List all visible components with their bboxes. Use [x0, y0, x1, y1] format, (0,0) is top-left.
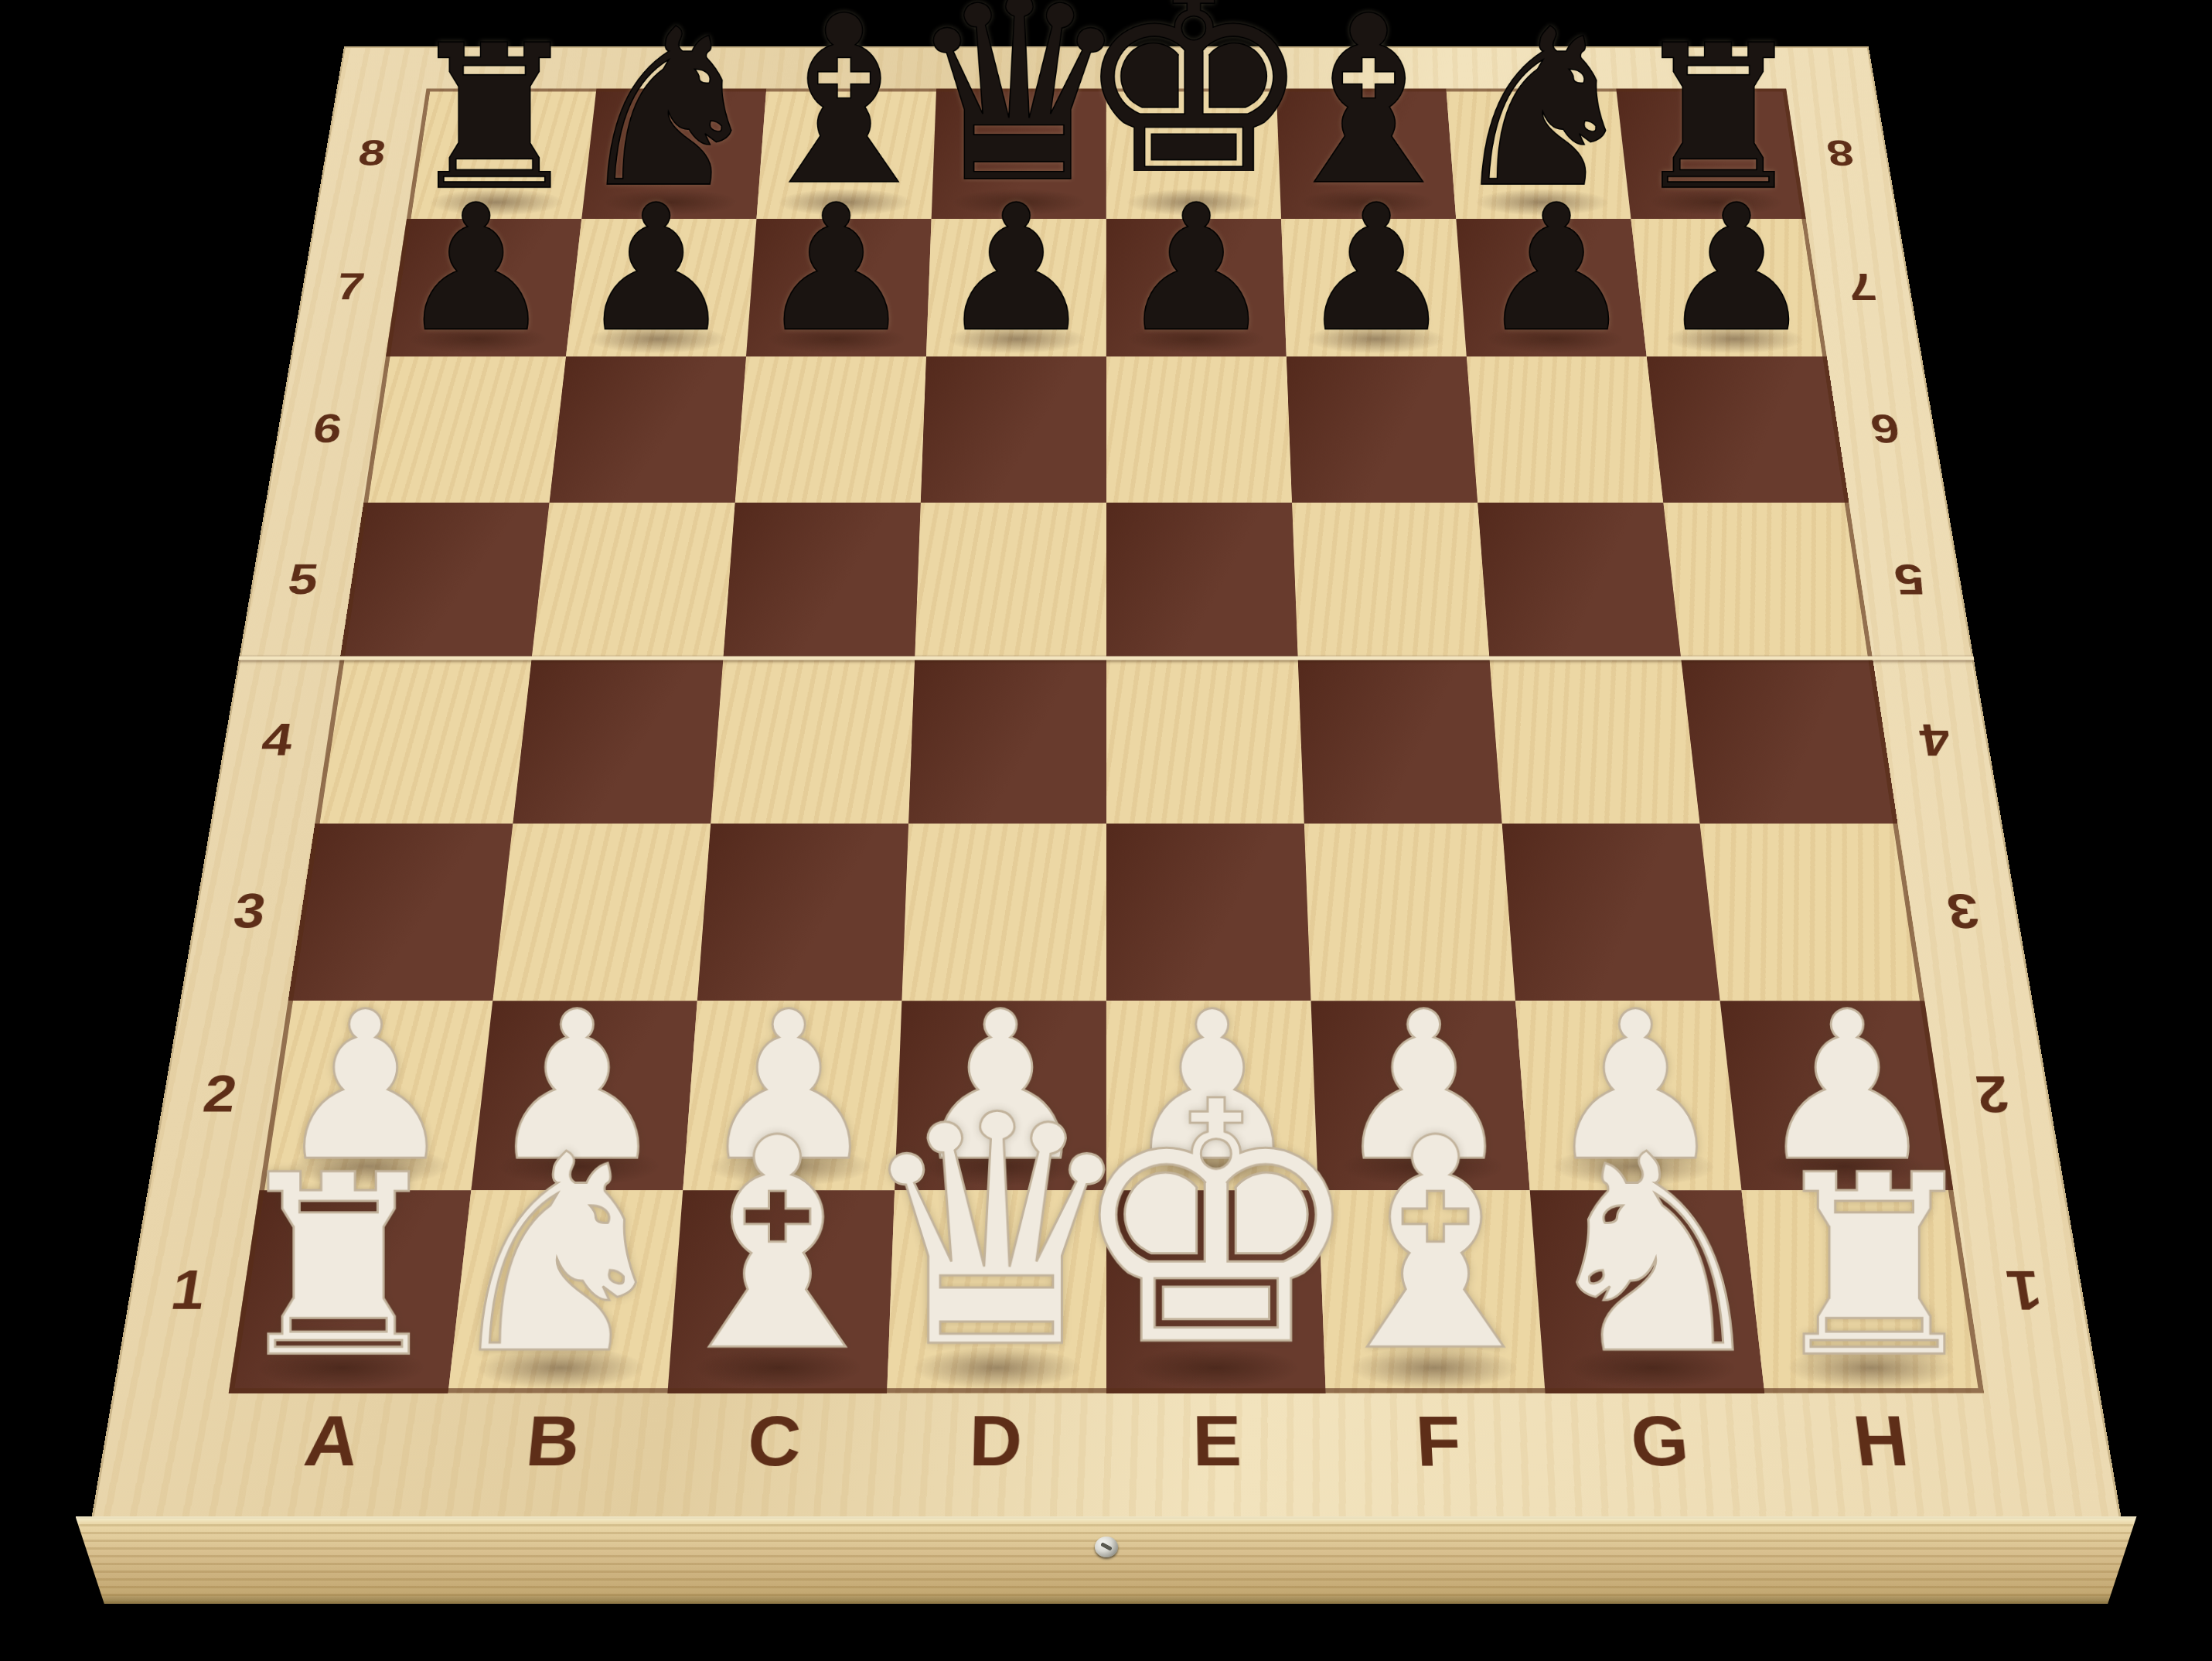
- square-a5[interactable]: [339, 503, 549, 658]
- square-e8[interactable]: ♚: [1106, 89, 1281, 219]
- square-d5[interactable]: [915, 503, 1106, 658]
- piece-shadow: [1127, 325, 1264, 353]
- board-tilt: 8877665544332211ABCDEFGH♜♞♝♛♚♝♞♜♟♟♟♟♟♟♟♟…: [94, 48, 2119, 1519]
- board-hinge-seam: [238, 657, 1974, 660]
- piece-white-pawn-a2[interactable]: ♟: [274, 984, 457, 1189]
- square-h5[interactable]: [1663, 503, 1873, 658]
- square-d8[interactable]: ♛: [931, 89, 1106, 219]
- square-e4[interactable]: [1106, 658, 1304, 824]
- square-b8[interactable]: ♞: [581, 89, 766, 219]
- piece-white-pawn-c2[interactable]: ♟: [697, 984, 880, 1189]
- square-e6[interactable]: [1106, 356, 1292, 503]
- piece-black-pawn-c7[interactable]: ♟: [758, 182, 914, 356]
- square-c8[interactable]: ♝: [756, 89, 936, 219]
- square-h3[interactable]: [1699, 824, 1924, 1001]
- square-g3[interactable]: [1501, 824, 1719, 1001]
- piece-black-pawn-h7[interactable]: ♟: [1658, 182, 1815, 356]
- rank-label-left-3: 3: [182, 824, 315, 1001]
- file-label-F: F: [1325, 1393, 1554, 1519]
- photo-background: 8877665544332211ABCDEFGH♜♞♝♛♚♝♞♜♟♟♟♟♟♟♟♟…: [0, 0, 2212, 1661]
- file-label-D: D: [882, 1393, 1106, 1519]
- piece-shadow: [428, 189, 564, 216]
- piece-black-rook-a8[interactable]: ♜: [405, 19, 584, 217]
- rank-label-right-3: 3: [1897, 824, 2030, 1001]
- piece-shadow: [1131, 1147, 1292, 1185]
- piece-white-bishop-f1[interactable]: ♝: [1304, 1100, 1566, 1392]
- square-e3[interactable]: [1106, 824, 1311, 1001]
- square-b5[interactable]: [531, 503, 734, 658]
- square-b2[interactable]: ♟: [471, 1001, 697, 1190]
- piece-black-pawn-e7[interactable]: ♟: [1118, 182, 1274, 356]
- square-a4[interactable]: [315, 658, 531, 824]
- piece-shadow: [1485, 325, 1624, 353]
- square-f6[interactable]: [1286, 356, 1477, 503]
- file-label-H: H: [1764, 1393, 2003, 1519]
- piece-shadow: [1568, 1347, 1738, 1389]
- piece-shadow: [407, 325, 547, 353]
- piece-white-knight-b1[interactable]: ♞: [435, 1120, 680, 1392]
- piece-white-queen-d1[interactable]: ♛: [854, 1074, 1138, 1392]
- piece-shadow: [1341, 1147, 1504, 1185]
- piece-shadow: [953, 189, 1086, 216]
- piece-shadow: [1307, 325, 1445, 353]
- piece-shadow: [694, 1347, 862, 1389]
- rank-label-left-5: 5: [240, 503, 363, 658]
- piece-black-rook-h8[interactable]: ♜: [1629, 19, 1808, 217]
- square-a8[interactable]: ♜: [407, 89, 596, 219]
- square-e1[interactable]: ♚: [1106, 1190, 1326, 1393]
- file-label-E: E: [1106, 1393, 1331, 1519]
- rank-label-right-6: 6: [1826, 356, 1944, 503]
- square-f2[interactable]: ♟: [1310, 1001, 1529, 1190]
- square-h6[interactable]: [1646, 356, 1849, 503]
- board-frame: 8877665544332211ABCDEFGH♜♞♝♛♚♝♞♜♟♟♟♟♟♟♟♟…: [94, 48, 2119, 1519]
- square-f1[interactable]: ♝: [1317, 1190, 1545, 1393]
- square-c6[interactable]: [734, 356, 925, 503]
- rank-label-left-8: 8: [316, 89, 426, 219]
- piece-black-pawn-b7[interactable]: ♟: [578, 182, 734, 356]
- square-c3[interactable]: [697, 824, 908, 1001]
- file-label-C: C: [658, 1393, 887, 1519]
- piece-white-pawn-d2[interactable]: ♟: [908, 984, 1092, 1189]
- piece-shadow: [602, 189, 738, 216]
- square-b3[interactable]: [493, 824, 711, 1001]
- square-h7[interactable]: ♟: [1631, 219, 1826, 356]
- piece-shadow: [1132, 1347, 1299, 1389]
- piece-shadow: [255, 1347, 427, 1389]
- square-c7[interactable]: ♟: [746, 219, 932, 356]
- piece-shadow: [1665, 325, 1805, 353]
- square-c2[interactable]: ♟: [683, 1001, 902, 1190]
- square-f3[interactable]: [1304, 824, 1515, 1001]
- square-g5[interactable]: [1478, 503, 1681, 658]
- square-e5[interactable]: [1106, 503, 1298, 658]
- piece-shadow: [475, 1347, 645, 1389]
- square-g7[interactable]: ♟: [1456, 219, 1646, 356]
- square-h2[interactable]: ♟: [1719, 1001, 1953, 1190]
- piece-shadow: [588, 325, 727, 353]
- piece-white-rook-a1[interactable]: ♜: [227, 1142, 450, 1392]
- square-d1[interactable]: ♛: [887, 1190, 1106, 1393]
- piece-shadow: [1785, 1347, 1957, 1389]
- square-f5[interactable]: [1292, 503, 1489, 658]
- rank-label-right-7: 7: [1805, 219, 1920, 356]
- square-b6[interactable]: [549, 356, 745, 503]
- square-d7[interactable]: ♟: [926, 219, 1106, 356]
- piece-shadow: [1350, 1347, 1518, 1389]
- rank-label-right-8: 8: [1786, 89, 1896, 219]
- hinge-screw-icon: [1095, 1537, 1118, 1557]
- piece-black-queen-d8[interactable]: ♛: [905, 0, 1133, 218]
- square-a7[interactable]: ♟: [386, 219, 581, 356]
- rank-label-left-2: 2: [149, 1001, 288, 1190]
- piece-black-pawn-a7[interactable]: ♟: [398, 182, 554, 356]
- square-d2[interactable]: ♟: [895, 1001, 1106, 1190]
- rank-label-left-4: 4: [213, 658, 340, 824]
- square-b7[interactable]: ♟: [566, 219, 756, 356]
- piece-white-knight-g1[interactable]: ♞: [1532, 1120, 1777, 1392]
- piece-black-pawn-d7[interactable]: ♟: [938, 182, 1094, 356]
- piece-shadow: [948, 325, 1085, 353]
- piece-white-pawn-g2[interactable]: ♟: [1543, 984, 1726, 1189]
- piece-shadow: [768, 325, 906, 353]
- piece-black-bishop-c8[interactable]: ♝: [740, 0, 948, 218]
- piece-shadow: [1126, 189, 1259, 216]
- piece-shadow: [920, 1147, 1081, 1185]
- piece-white-rook-h1[interactable]: ♜: [1762, 1142, 1985, 1392]
- piece-black-bishop-f8[interactable]: ♝: [1264, 0, 1472, 218]
- square-d4[interactable]: [908, 658, 1106, 824]
- square-g8[interactable]: ♞: [1446, 89, 1631, 219]
- square-b1[interactable]: ♞: [448, 1190, 683, 1393]
- file-label-A: A: [210, 1393, 448, 1519]
- board-anchor: 8877665544332211ABCDEFGH♜♞♝♛♚♝♞♜♟♟♟♟♟♟♟♟…: [94, 0, 2119, 1519]
- piece-white-bishop-c1[interactable]: ♝: [646, 1100, 908, 1392]
- piece-white-pawn-b2[interactable]: ♟: [486, 984, 669, 1189]
- board-front-edge: [76, 1516, 2137, 1604]
- square-a1[interactable]: ♜: [228, 1190, 471, 1393]
- rank-label-left-1: 1: [114, 1190, 259, 1393]
- piece-shadow: [1552, 1147, 1716, 1185]
- rank-label-right-4: 4: [1873, 658, 2000, 824]
- scene: 8877665544332211ABCDEFGH♜♞♝♛♚♝♞♜♟♟♟♟♟♟♟♟…: [0, 0, 2212, 1661]
- square-f7[interactable]: ♟: [1281, 219, 1467, 356]
- piece-shadow: [285, 1147, 450, 1185]
- piece-black-pawn-f7[interactable]: ♟: [1298, 182, 1454, 356]
- piece-black-knight-b8[interactable]: ♞: [571, 1, 766, 218]
- piece-white-pawn-h2[interactable]: ♟: [1755, 984, 1938, 1189]
- piece-black-pawn-g7[interactable]: ♟: [1478, 182, 1634, 356]
- square-h8[interactable]: ♜: [1616, 89, 1805, 219]
- square-f8[interactable]: ♝: [1276, 89, 1456, 219]
- file-label-G: G: [1545, 1393, 1778, 1519]
- square-a6[interactable]: [363, 356, 566, 503]
- square-a2[interactable]: ♟: [259, 1001, 493, 1190]
- square-c5[interactable]: [723, 503, 920, 658]
- piece-shadow: [1648, 189, 1784, 216]
- playing-area-border: [228, 89, 1984, 1393]
- piece-white-pawn-f2[interactable]: ♟: [1332, 984, 1515, 1189]
- piece-white-king-e1[interactable]: ♚: [1066, 1059, 1365, 1393]
- piece-shadow: [1762, 1147, 1927, 1185]
- square-a3[interactable]: [288, 824, 513, 1001]
- piece-black-king-e8[interactable]: ♚: [1075, 0, 1313, 218]
- square-f4[interactable]: [1297, 658, 1501, 824]
- square-h4[interactable]: [1681, 658, 1897, 824]
- square-g1[interactable]: ♞: [1529, 1190, 1764, 1393]
- square-g6[interactable]: [1466, 356, 1662, 503]
- square-c4[interactable]: [711, 658, 915, 824]
- square-d6[interactable]: [920, 356, 1106, 503]
- square-e7[interactable]: ♟: [1106, 219, 1287, 356]
- square-c1[interactable]: ♝: [667, 1190, 895, 1393]
- square-g4[interactable]: [1489, 658, 1699, 824]
- rank-label-right-2: 2: [1924, 1001, 2063, 1190]
- square-d3[interactable]: [902, 824, 1106, 1001]
- square-h1[interactable]: ♜: [1741, 1190, 1984, 1393]
- piece-white-pawn-e2[interactable]: ♟: [1120, 984, 1304, 1189]
- square-b4[interactable]: [513, 658, 723, 824]
- rank-label-left-6: 6: [268, 356, 386, 503]
- rank-label-right-1: 1: [1953, 1190, 2098, 1393]
- piece-shadow: [708, 1147, 871, 1185]
- piece-shadow: [913, 1347, 1080, 1389]
- piece-shadow: [1300, 189, 1434, 216]
- file-label-B: B: [434, 1393, 667, 1519]
- piece-black-knight-g8[interactable]: ♞: [1446, 1, 1641, 218]
- square-g2[interactable]: ♟: [1515, 1001, 1741, 1190]
- square-e2[interactable]: ♟: [1106, 1001, 1318, 1190]
- rank-label-right-5: 5: [1849, 503, 1972, 658]
- piece-shadow: [777, 189, 911, 216]
- rank-label-left-7: 7: [292, 219, 407, 356]
- piece-shadow: [496, 1147, 660, 1185]
- piece-shadow: [1474, 189, 1610, 216]
